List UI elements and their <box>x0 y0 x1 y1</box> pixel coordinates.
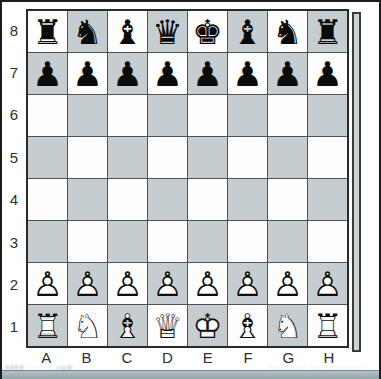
square-e2[interactable]: ♟♙ <box>188 263 227 304</box>
square-c8[interactable]: ♝ <box>108 11 147 52</box>
black-queen: ♛ <box>152 15 182 49</box>
square-c6[interactable] <box>108 95 147 136</box>
square-f5[interactable] <box>228 137 267 178</box>
piece-outline: ♖ <box>312 306 342 346</box>
piece-outline: ♙ <box>152 264 182 304</box>
rank-label-7: 7 <box>2 51 26 93</box>
white-rook: ♜♖ <box>32 309 62 343</box>
square-e7[interactable]: ♟ <box>188 53 227 94</box>
square-b8[interactable]: ♞ <box>68 11 107 52</box>
rank-label-3: 3 <box>2 221 26 263</box>
white-bishop: ♝♗ <box>232 309 262 343</box>
square-h7[interactable]: ♟ <box>308 53 347 94</box>
white-pawn: ♟♙ <box>32 267 62 301</box>
square-e4[interactable] <box>188 179 227 220</box>
white-rook: ♜♖ <box>312 309 342 343</box>
black-knight: ♞ <box>72 15 102 49</box>
black-knight: ♞ <box>272 15 302 49</box>
square-d7[interactable]: ♟ <box>148 53 187 94</box>
rank-label-1: 1 <box>2 306 26 348</box>
rank-label-8: 8 <box>2 9 26 51</box>
square-c7[interactable]: ♟ <box>108 53 147 94</box>
square-c4[interactable] <box>108 179 147 220</box>
square-e3[interactable] <box>188 221 227 262</box>
square-b1[interactable]: ♞♘ <box>68 305 107 346</box>
square-b3[interactable] <box>68 221 107 262</box>
square-a8[interactable]: ♜ <box>28 11 67 52</box>
square-h4[interactable] <box>308 179 347 220</box>
piece-outline: ♙ <box>192 264 222 304</box>
piece-outline: ♙ <box>232 264 262 304</box>
file-label-c: C <box>107 349 147 366</box>
square-g3[interactable] <box>268 221 307 262</box>
square-d3[interactable] <box>148 221 187 262</box>
square-a7[interactable]: ♟ <box>28 53 67 94</box>
square-e6[interactable] <box>188 95 227 136</box>
square-h6[interactable] <box>308 95 347 136</box>
square-b4[interactable] <box>68 179 107 220</box>
piece-outline: ♙ <box>32 264 62 304</box>
square-g7[interactable]: ♟ <box>268 53 307 94</box>
square-g1[interactable]: ♞♘ <box>268 305 307 346</box>
piece-outline: ♕ <box>152 306 182 346</box>
white-knight: ♞♘ <box>272 309 302 343</box>
rank-label-5: 5 <box>2 136 26 178</box>
square-h8[interactable]: ♜ <box>308 11 347 52</box>
square-g4[interactable] <box>268 179 307 220</box>
square-d1[interactable]: ♛♕ <box>148 305 187 346</box>
square-f8[interactable]: ♝ <box>228 11 267 52</box>
square-d8[interactable]: ♛ <box>148 11 187 52</box>
white-queen: ♛♕ <box>152 309 182 343</box>
black-bishop: ♝ <box>112 15 142 49</box>
square-h5[interactable] <box>308 137 347 178</box>
white-pawn: ♟♙ <box>152 267 182 301</box>
square-a6[interactable] <box>28 95 67 136</box>
square-e8[interactable]: ♚ <box>188 11 227 52</box>
square-b2[interactable]: ♟♙ <box>68 263 107 304</box>
square-e1[interactable]: ♚♔ <box>188 305 227 346</box>
piece-outline: ♙ <box>72 264 102 304</box>
white-pawn: ♟♙ <box>192 267 222 301</box>
piece-outline: ♔ <box>192 306 222 346</box>
square-a2[interactable]: ♟♙ <box>28 263 67 304</box>
chess-board: ♜♞♝♛♚♝♞♜♟♟♟♟♟♟♟♟♟♙♟♙♟♙♟♙♟♙♟♙♟♙♟♙♜♖♞♘♝♗♛♕… <box>26 9 349 348</box>
square-d6[interactable] <box>148 95 187 136</box>
piece-outline: ♘ <box>72 306 102 346</box>
white-pawn: ♟♙ <box>272 267 302 301</box>
square-d2[interactable]: ♟♙ <box>148 263 187 304</box>
piece-outline: ♖ <box>32 306 62 346</box>
rank-label-6: 6 <box>2 94 26 136</box>
file-label-f: F <box>228 349 268 366</box>
chess-diagram: 87654321 ♜♞♝♛♚♝♞♜♟♟♟♟♟♟♟♟♟♙♟♙♟♙♟♙♟♙♟♙♟♙♟… <box>0 0 381 379</box>
square-b5[interactable] <box>68 137 107 178</box>
square-d4[interactable] <box>148 179 187 220</box>
white-bishop: ♝♗ <box>112 309 142 343</box>
square-a1[interactable]: ♜♖ <box>28 305 67 346</box>
piece-outline: ♘ <box>272 306 302 346</box>
rank-labels: 87654321 <box>2 9 26 348</box>
square-g6[interactable] <box>268 95 307 136</box>
white-king: ♚♔ <box>192 309 222 343</box>
square-a5[interactable] <box>28 137 67 178</box>
rank-label-2: 2 <box>2 263 26 305</box>
white-pawn: ♟♙ <box>72 267 102 301</box>
file-label-e: E <box>188 349 228 366</box>
black-rook: ♜ <box>312 15 342 49</box>
square-e5[interactable] <box>188 137 227 178</box>
black-pawn: ♟ <box>112 57 142 91</box>
square-d5[interactable] <box>148 137 187 178</box>
square-c1[interactable]: ♝♗ <box>108 305 147 346</box>
black-pawn: ♟ <box>32 57 62 91</box>
rank-label-4: 4 <box>2 179 26 221</box>
square-c2[interactable]: ♟♙ <box>108 263 147 304</box>
square-h2[interactable]: ♟♙ <box>308 263 347 304</box>
black-king: ♚ <box>192 15 222 49</box>
square-a4[interactable] <box>28 179 67 220</box>
square-a3[interactable] <box>28 221 67 262</box>
square-b7[interactable]: ♟ <box>68 53 107 94</box>
square-g2[interactable]: ♟♙ <box>268 263 307 304</box>
file-label-d: D <box>147 349 187 366</box>
black-pawn: ♟ <box>152 57 182 91</box>
black-pawn: ♟ <box>232 57 262 91</box>
square-f7[interactable]: ♟ <box>228 53 267 94</box>
square-h1[interactable]: ♜♖ <box>308 305 347 346</box>
piece-outline: ♗ <box>112 306 142 346</box>
square-f6[interactable] <box>228 95 267 136</box>
piece-outline: ♗ <box>232 306 262 346</box>
white-pawn: ♟♙ <box>312 267 342 301</box>
piece-outline: ♙ <box>272 264 302 304</box>
square-b6[interactable] <box>68 95 107 136</box>
black-rook: ♜ <box>32 15 62 49</box>
white-pawn: ♟♙ <box>232 267 262 301</box>
black-pawn: ♟ <box>272 57 302 91</box>
square-g5[interactable] <box>268 137 307 178</box>
square-f4[interactable] <box>228 179 267 220</box>
black-pawn: ♟ <box>72 57 102 91</box>
bottom-shadow-band <box>0 370 381 379</box>
white-knight: ♞♘ <box>72 309 102 343</box>
black-bishop: ♝ <box>232 15 262 49</box>
square-c3[interactable] <box>108 221 147 262</box>
square-f1[interactable]: ♝♗ <box>228 305 267 346</box>
black-pawn: ♟ <box>192 57 222 91</box>
square-f3[interactable] <box>228 221 267 262</box>
piece-outline: ♙ <box>112 264 142 304</box>
piece-outline: ♙ <box>312 264 342 304</box>
black-pawn: ♟ <box>312 57 342 91</box>
square-h3[interactable] <box>308 221 347 262</box>
white-pawn: ♟♙ <box>112 267 142 301</box>
square-f2[interactable]: ♟♙ <box>228 263 267 304</box>
board-side-edge <box>352 12 361 352</box>
square-g8[interactable]: ♞ <box>268 11 307 52</box>
square-c5[interactable] <box>108 137 147 178</box>
